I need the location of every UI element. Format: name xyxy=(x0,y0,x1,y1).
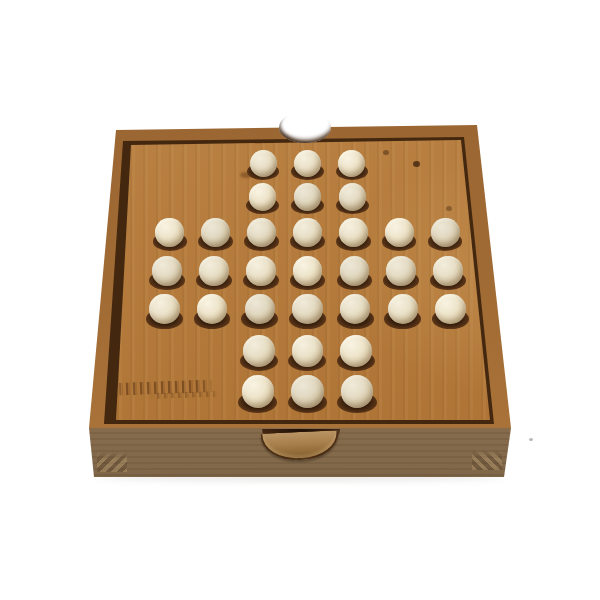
peg-solitaire-board-photo xyxy=(0,0,600,600)
ball-peg xyxy=(294,183,322,211)
peg[interactable] xyxy=(152,256,182,286)
ball-peg xyxy=(431,218,460,247)
ball-peg xyxy=(201,218,230,247)
ball-peg xyxy=(292,294,323,325)
ball-peg xyxy=(339,218,368,247)
peg[interactable] xyxy=(339,183,367,211)
ball-peg xyxy=(385,218,414,247)
ball-peg xyxy=(341,375,374,408)
peg[interactable] xyxy=(385,218,414,247)
peg[interactable] xyxy=(292,294,323,325)
ball-peg xyxy=(250,150,277,177)
ball-peg xyxy=(340,335,372,367)
peg[interactable] xyxy=(291,375,324,408)
ball-peg xyxy=(149,294,180,325)
ball-peg xyxy=(293,218,322,247)
peg[interactable] xyxy=(293,256,323,286)
peg[interactable] xyxy=(388,294,419,325)
peg[interactable] xyxy=(197,294,228,325)
peg[interactable] xyxy=(246,256,276,286)
ball-peg xyxy=(293,256,323,286)
peg[interactable] xyxy=(243,335,275,367)
ball-peg xyxy=(155,218,184,247)
ball-peg xyxy=(433,256,463,286)
peg[interactable] xyxy=(341,375,374,408)
peg[interactable] xyxy=(149,294,180,325)
ball-peg xyxy=(242,375,275,408)
peg[interactable] xyxy=(340,294,371,325)
ball-peg xyxy=(294,150,321,177)
peg[interactable] xyxy=(340,335,372,367)
peg[interactable] xyxy=(199,256,229,286)
peg[interactable] xyxy=(242,375,275,408)
peg[interactable] xyxy=(294,183,322,211)
peg[interactable] xyxy=(339,218,368,247)
peg[interactable] xyxy=(435,294,466,325)
peg[interactable] xyxy=(247,218,276,247)
ball-peg xyxy=(246,256,276,286)
peg[interactable] xyxy=(338,150,365,177)
peg[interactable] xyxy=(340,256,370,286)
ball-peg xyxy=(292,335,324,367)
ball-peg xyxy=(338,150,365,177)
ball-peg xyxy=(152,256,182,286)
ball-peg xyxy=(243,335,275,367)
ball-peg xyxy=(435,294,466,325)
peg[interactable] xyxy=(249,183,277,211)
ball-peg xyxy=(247,218,276,247)
peg[interactable] xyxy=(250,150,277,177)
ball-peg xyxy=(291,375,324,408)
peg[interactable] xyxy=(245,294,276,325)
ball-peg xyxy=(199,256,229,286)
ball-peg xyxy=(249,183,277,211)
ball-peg xyxy=(388,294,419,325)
ball-peg xyxy=(339,183,367,211)
peg[interactable] xyxy=(433,256,463,286)
peg[interactable] xyxy=(155,218,184,247)
peg[interactable] xyxy=(201,218,230,247)
peg[interactable] xyxy=(294,150,321,177)
peg[interactable] xyxy=(293,218,322,247)
peg[interactable] xyxy=(386,256,416,286)
ball-peg xyxy=(386,256,416,286)
pegs-layer xyxy=(0,0,600,600)
ball-peg xyxy=(340,256,370,286)
peg[interactable] xyxy=(292,335,324,367)
ball-peg xyxy=(245,294,276,325)
peg[interactable] xyxy=(431,218,460,247)
